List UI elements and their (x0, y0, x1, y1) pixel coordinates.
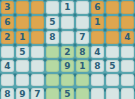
cell-r4c9[interactable] (121, 46, 134, 58)
cell-r5c9[interactable] (121, 60, 134, 72)
cell-r1c3[interactable] (31, 1, 44, 14)
cell-r1c4[interactable] (46, 1, 59, 14)
cell-r7c9[interactable] (121, 88, 134, 99)
cell-r2c2[interactable] (16, 16, 29, 29)
digit-given: 8 (79, 48, 85, 57)
cell-r3c2[interactable]: 1 (16, 31, 29, 44)
cell-r1c9[interactable] (121, 1, 134, 14)
cell-r7c8[interactable] (106, 88, 119, 99)
cell-r4c7[interactable]: 4 (91, 46, 104, 58)
cell-r5c7[interactable]: 8 (91, 60, 104, 72)
cell-r5c4[interactable] (46, 60, 59, 72)
digit-given: 5 (64, 90, 70, 99)
cell-r2c4[interactable]: 5 (46, 16, 59, 29)
cell-r7c6[interactable] (76, 88, 89, 99)
digit-given: 6 (4, 18, 10, 27)
cell-r5c2[interactable] (16, 60, 29, 72)
cell-r3c5[interactable] (61, 31, 74, 44)
cell-r4c2[interactable]: 5 (16, 46, 29, 58)
cell-r4c5[interactable]: 2 (61, 46, 74, 58)
cell-r4c6[interactable]: 8 (76, 46, 89, 58)
cell-r6c2[interactable] (16, 74, 29, 86)
digit-given: 5 (49, 18, 55, 27)
cell-r6c6[interactable] (76, 74, 89, 86)
digit-given: 8 (4, 90, 10, 99)
cell-r6c8[interactable] (106, 74, 119, 86)
digit-given: 1 (19, 33, 25, 42)
cell-r6c5[interactable] (61, 74, 74, 86)
digit-given: 1 (79, 62, 85, 71)
digit-given: 4 (94, 48, 100, 57)
digit-given: 5 (109, 62, 115, 71)
cell-r7c4[interactable] (46, 88, 59, 99)
cell-r5c3[interactable] (31, 60, 44, 72)
cell-r1c6[interactable] (76, 1, 89, 14)
digit-given: 8 (49, 33, 55, 42)
cell-r2c1[interactable]: 6 (1, 16, 14, 29)
digit-given: 4 (4, 62, 10, 71)
digit-given: 9 (64, 62, 70, 71)
cell-r3c6[interactable]: 7 (76, 31, 89, 44)
cell-r4c8[interactable] (106, 46, 119, 58)
cell-r6c7[interactable] (91, 74, 104, 86)
cell-r6c1[interactable] (1, 74, 14, 86)
cell-r7c7[interactable] (91, 88, 104, 99)
digit-given: 2 (64, 48, 70, 57)
cell-r3c8[interactable] (106, 31, 119, 44)
cell-r2c3[interactable] (31, 16, 44, 29)
cell-r1c8[interactable] (106, 1, 119, 14)
cell-r1c5[interactable]: 1 (61, 1, 74, 14)
cell-r6c4[interactable] (46, 74, 59, 86)
digit-given: 7 (79, 33, 85, 42)
cell-r4c4[interactable] (46, 46, 59, 58)
digit-given: 8 (94, 62, 100, 71)
cell-r6c3[interactable] (31, 74, 44, 86)
cell-r5c6[interactable]: 1 (76, 60, 89, 72)
cell-r4c3[interactable] (31, 46, 44, 58)
cell-r7c1[interactable]: 8 (1, 88, 14, 99)
cell-r7c3[interactable]: 7 (31, 88, 44, 99)
cell-r6c9[interactable] (121, 74, 134, 86)
digit-given: 2 (4, 33, 10, 42)
cell-r2c5[interactable] (61, 16, 74, 29)
cell-r2c6[interactable] (76, 16, 89, 29)
cell-r5c1[interactable]: 4 (1, 60, 14, 72)
cell-r1c1[interactable]: 3 (1, 1, 14, 14)
cell-r2c9[interactable] (121, 16, 134, 29)
cell-r5c5[interactable]: 9 (61, 60, 74, 72)
cell-r7c5[interactable]: 5 (61, 88, 74, 99)
cell-r3c9[interactable]: 4 (121, 31, 134, 44)
cell-r1c7[interactable]: 6 (91, 1, 104, 14)
cell-r2c8[interactable] (106, 16, 119, 29)
digit-given: 3 (4, 3, 10, 12)
cell-r3c1[interactable]: 2 (1, 31, 14, 44)
cell-r3c7[interactable] (91, 31, 104, 44)
digit-given: 1 (64, 3, 70, 12)
digit-given: 6 (94, 3, 100, 12)
digit-given: 7 (34, 90, 40, 99)
digit-given: 1 (94, 18, 100, 27)
cell-r3c3[interactable] (31, 31, 44, 44)
cell-r3c4[interactable]: 8 (46, 31, 59, 44)
digit-given: 4 (124, 33, 130, 42)
sudoku-board: 316651218745284491858975 (0, 0, 135, 99)
cell-r7c2[interactable]: 9 (16, 88, 29, 99)
cell-r2c7[interactable]: 1 (91, 16, 104, 29)
cell-r1c2[interactable] (16, 1, 29, 14)
cell-r4c1[interactable] (1, 46, 14, 58)
cell-r5c8[interactable]: 5 (106, 60, 119, 72)
digit-given: 9 (19, 90, 25, 99)
digit-given: 5 (19, 48, 25, 57)
